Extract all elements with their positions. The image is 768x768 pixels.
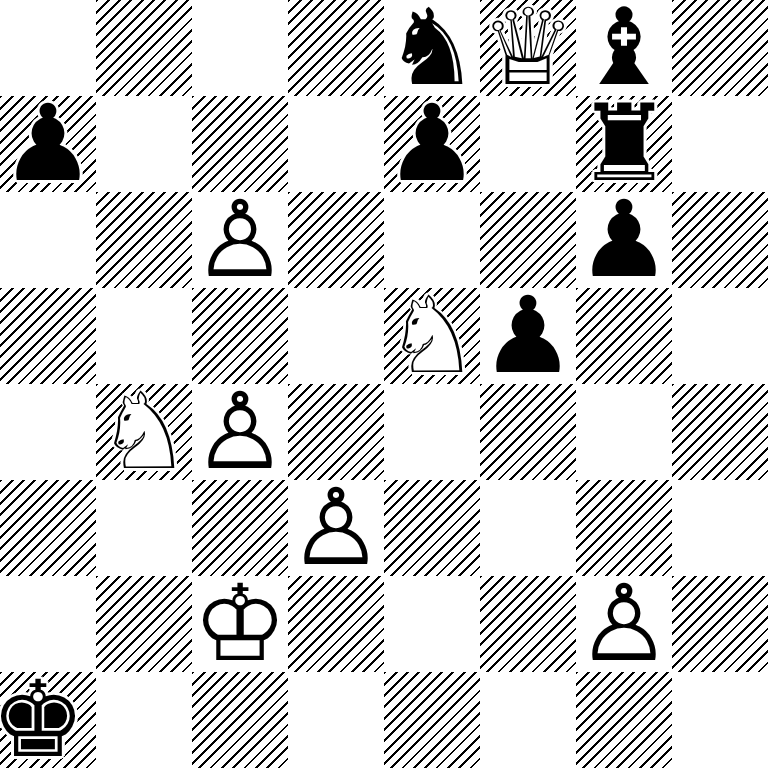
square-f2[interactable] <box>480 576 576 672</box>
black-k-glyph-icon: ♚ <box>0 672 86 768</box>
square-c4[interactable]: ♟♙ <box>192 384 288 480</box>
square-f4[interactable] <box>480 384 576 480</box>
square-b7[interactable] <box>96 96 192 192</box>
square-g5[interactable] <box>576 288 672 384</box>
square-g4[interactable] <box>576 384 672 480</box>
square-b8[interactable] <box>96 0 192 96</box>
square-g1[interactable] <box>576 672 672 768</box>
square-f3[interactable] <box>480 480 576 576</box>
piece-white-king-c2: ♚♔ <box>192 576 288 672</box>
square-e4[interactable] <box>384 384 480 480</box>
square-d5[interactable] <box>288 288 384 384</box>
square-b6[interactable] <box>96 192 192 288</box>
piece-black-pawn-f5: ♟♟ <box>480 288 576 384</box>
piece-white-queen-f8: ♛♕ <box>480 0 576 96</box>
white-q-glyph-icon: ♕ <box>480 0 576 96</box>
square-c1[interactable] <box>192 672 288 768</box>
square-d8[interactable] <box>288 0 384 96</box>
square-a4[interactable] <box>0 384 96 480</box>
square-g6[interactable]: ♟♟ <box>576 192 672 288</box>
square-e1[interactable] <box>384 672 480 768</box>
square-e7[interactable]: ♟♟ <box>384 96 480 192</box>
white-n-glyph-icon: ♘ <box>384 288 480 384</box>
square-f5[interactable]: ♟♟ <box>480 288 576 384</box>
piece-black-pawn-a7: ♟♟ <box>0 96 96 192</box>
square-h1[interactable] <box>672 672 768 768</box>
square-g2[interactable]: ♟♙ <box>576 576 672 672</box>
square-f7[interactable] <box>480 96 576 192</box>
piece-white-knight-b4: ♞♘ <box>96 384 192 480</box>
black-p-glyph-icon: ♟ <box>384 96 480 192</box>
black-p-glyph-icon: ♟ <box>576 192 672 288</box>
square-c6[interactable]: ♟♙ <box>192 192 288 288</box>
piece-black-pawn-g6: ♟♟ <box>576 192 672 288</box>
piece-white-knight-e5: ♞♘ <box>384 288 480 384</box>
square-b4[interactable]: ♞♘ <box>96 384 192 480</box>
square-h4[interactable] <box>672 384 768 480</box>
black-p-glyph-icon: ♟ <box>0 96 96 192</box>
chessboard: ♞♞♛♕♝♝♟♟♟♟♜♜♟♙♟♟♞♘♟♟♞♘♟♙♟♙♚♔♟♙♚♚ <box>0 0 768 768</box>
white-n-glyph-icon: ♘ <box>96 384 192 480</box>
square-h2[interactable] <box>672 576 768 672</box>
square-h6[interactable] <box>672 192 768 288</box>
square-a1[interactable]: ♚♚ <box>0 672 96 768</box>
piece-white-pawn-c6: ♟♙ <box>192 192 288 288</box>
square-f1[interactable] <box>480 672 576 768</box>
square-c8[interactable] <box>192 0 288 96</box>
square-d6[interactable] <box>288 192 384 288</box>
black-p-glyph-icon: ♟ <box>480 288 576 384</box>
square-a5[interactable] <box>0 288 96 384</box>
white-p-glyph-icon: ♙ <box>576 576 672 672</box>
white-p-glyph-icon: ♙ <box>192 384 288 480</box>
square-c2[interactable]: ♚♔ <box>192 576 288 672</box>
square-e3[interactable] <box>384 480 480 576</box>
piece-white-pawn-c4: ♟♙ <box>192 384 288 480</box>
square-b1[interactable] <box>96 672 192 768</box>
square-d2[interactable] <box>288 576 384 672</box>
square-d3[interactable]: ♟♙ <box>288 480 384 576</box>
square-b2[interactable] <box>96 576 192 672</box>
square-e5[interactable]: ♞♘ <box>384 288 480 384</box>
square-h5[interactable] <box>672 288 768 384</box>
square-b3[interactable] <box>96 480 192 576</box>
white-k-glyph-icon: ♔ <box>192 576 288 672</box>
square-e2[interactable] <box>384 576 480 672</box>
square-h3[interactable] <box>672 480 768 576</box>
square-h7[interactable] <box>672 96 768 192</box>
piece-black-pawn-e7: ♟♟ <box>384 96 480 192</box>
white-p-glyph-icon: ♙ <box>288 480 384 576</box>
square-f8[interactable]: ♛♕ <box>480 0 576 96</box>
square-a3[interactable] <box>0 480 96 576</box>
square-d7[interactable] <box>288 96 384 192</box>
piece-black-king-a1: ♚♚ <box>0 672 86 768</box>
square-a6[interactable] <box>0 192 96 288</box>
white-p-glyph-icon: ♙ <box>192 192 288 288</box>
square-h8[interactable] <box>672 0 768 96</box>
square-d1[interactable] <box>288 672 384 768</box>
piece-white-pawn-g2: ♟♙ <box>576 576 672 672</box>
piece-white-pawn-d3: ♟♙ <box>288 480 384 576</box>
square-a7[interactable]: ♟♟ <box>0 96 96 192</box>
